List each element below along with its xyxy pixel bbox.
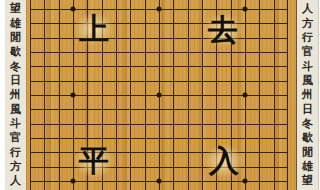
grid-cell <box>44 81 58 95</box>
grid-cell <box>259 138 273 152</box>
grid-cell <box>30 167 44 181</box>
grid-cell <box>116 66 130 80</box>
grid-cell <box>173 138 187 152</box>
grid-cell <box>145 23 159 37</box>
grid-cell <box>87 52 101 66</box>
grid-cell <box>245 38 259 52</box>
grid-cell <box>130 138 144 152</box>
grid-cell <box>274 167 288 181</box>
row-label: 冬 <box>297 116 318 130</box>
grid-cell <box>116 9 130 23</box>
grid-cell <box>30 52 44 66</box>
grid-cell <box>231 109 245 123</box>
grid-cell <box>130 181 144 190</box>
grid-cell <box>87 66 101 80</box>
grid-cell <box>130 52 144 66</box>
row-label: 雄 <box>5 16 26 30</box>
grid-cell <box>173 181 187 190</box>
grid-cell <box>173 52 187 66</box>
grid-cell <box>44 66 58 80</box>
grid-cell <box>259 23 273 37</box>
grid-cell <box>30 95 44 109</box>
grid-cell <box>245 138 259 152</box>
grid-cell <box>245 152 259 166</box>
grid-cell <box>87 124 101 138</box>
grid-cell <box>259 9 273 23</box>
grid-cell <box>44 152 58 166</box>
grid-cell <box>259 181 273 190</box>
grid-cell <box>102 109 116 123</box>
row-label: 州 <box>5 88 26 102</box>
grid-cell <box>87 81 101 95</box>
grid-cell <box>159 138 173 152</box>
row-label: 歇 <box>5 45 26 59</box>
grid-cell <box>173 81 187 95</box>
grid-cell <box>188 181 202 190</box>
row-label: 望 <box>297 174 318 188</box>
row-label: 風 <box>297 73 318 87</box>
grid-cell <box>216 66 230 80</box>
grid-cell <box>30 9 44 23</box>
grid-cell <box>116 95 130 109</box>
grid-cell <box>216 95 230 109</box>
grid-cell <box>259 0 273 9</box>
grid-cell <box>102 52 116 66</box>
grid-cell <box>159 38 173 52</box>
row-label: 日 <box>5 73 26 87</box>
grid-cell <box>73 95 87 109</box>
grid-cell <box>231 66 245 80</box>
grid-cell <box>116 152 130 166</box>
grid-cell <box>274 81 288 95</box>
grid-cell <box>202 109 216 123</box>
grid-cell <box>130 167 144 181</box>
star-point <box>156 92 161 97</box>
row-label: 日 <box>297 102 318 116</box>
grid-cell <box>102 0 116 9</box>
grid-cell <box>30 81 44 95</box>
grid-cell <box>116 0 130 9</box>
grid-cell <box>130 109 144 123</box>
grid-cell <box>102 95 116 109</box>
grid-cell <box>188 52 202 66</box>
grid-cell <box>130 0 144 9</box>
grid-cell <box>274 95 288 109</box>
grid-cell <box>274 138 288 152</box>
grid-cell <box>274 181 288 190</box>
grid-cell <box>188 38 202 52</box>
row-label: 州 <box>297 88 318 102</box>
grid-cell <box>188 66 202 80</box>
grid-cell <box>44 109 58 123</box>
quadrant-label-lower-left: 平 <box>74 144 114 178</box>
grid-cell <box>116 23 130 37</box>
grid-cell <box>259 152 273 166</box>
grid-cell <box>202 81 216 95</box>
grid-cell <box>44 0 58 9</box>
grid-cell <box>159 124 173 138</box>
grid-cell <box>102 66 116 80</box>
grid-cell <box>216 109 230 123</box>
row-label: 方 <box>5 159 26 173</box>
grid-cell <box>188 23 202 37</box>
grid-cell <box>259 38 273 52</box>
grid-cell <box>44 124 58 138</box>
row-label: 人 <box>297 2 318 16</box>
grid-cell <box>173 167 187 181</box>
grid-cell <box>87 95 101 109</box>
grid-cell <box>202 95 216 109</box>
grid-cell <box>87 109 101 123</box>
grid-cell <box>216 0 230 9</box>
grid-cell <box>130 81 144 95</box>
grid-cell <box>173 9 187 23</box>
grid-cell <box>116 38 130 52</box>
grid-cell <box>259 167 273 181</box>
row-label: 人 <box>5 174 26 188</box>
grid-cell <box>73 181 87 190</box>
grid-cell <box>159 9 173 23</box>
row-label-strip-right: 人方行官斗風州日冬歇閒雄望 <box>296 0 319 190</box>
board-grid <box>30 0 288 190</box>
grid-cell <box>130 23 144 37</box>
grid-cell <box>202 66 216 80</box>
grid-cell <box>188 124 202 138</box>
row-labels-right: 人方行官斗風州日冬歇閒雄望 <box>297 2 318 188</box>
grid-cell <box>259 81 273 95</box>
grid-cell <box>59 38 73 52</box>
grid-cell <box>145 66 159 80</box>
grid-cell <box>130 66 144 80</box>
grid-cell <box>173 109 187 123</box>
star-point <box>242 178 247 183</box>
grid-cell <box>30 66 44 80</box>
grid-cell <box>245 9 259 23</box>
grid-cell <box>188 95 202 109</box>
grid-cell <box>259 95 273 109</box>
row-label: 閒 <box>297 145 318 159</box>
grid-cell <box>116 181 130 190</box>
grid-cell <box>274 109 288 123</box>
grid-cell <box>145 52 159 66</box>
grid-cell <box>245 52 259 66</box>
grid-cell <box>145 38 159 52</box>
grid-cell <box>259 124 273 138</box>
grid-cell <box>274 152 288 166</box>
grid-cell <box>216 81 230 95</box>
grid-cell <box>44 52 58 66</box>
star-point <box>70 7 75 12</box>
grid-cell <box>216 181 230 190</box>
grid-cell <box>30 23 44 37</box>
grid-cell <box>274 124 288 138</box>
grid-cell <box>59 124 73 138</box>
grid-cell <box>73 66 87 80</box>
quadrant-label-upper-right: 去 <box>203 13 243 47</box>
grid-cell <box>130 9 144 23</box>
row-label: 閒 <box>5 30 26 44</box>
grid-cell <box>145 109 159 123</box>
grid-cell <box>30 109 44 123</box>
row-label: 望 <box>5 2 26 16</box>
go-board: 上 去 平 入 <box>26 0 296 190</box>
grid-cell <box>274 23 288 37</box>
quadrant-label-upper-left: 上 <box>74 12 114 46</box>
grid-cell <box>73 109 87 123</box>
grid-cell <box>116 81 130 95</box>
grid-cell <box>102 124 116 138</box>
grid-cell <box>116 124 130 138</box>
grid-cell <box>59 138 73 152</box>
grid-cell <box>188 81 202 95</box>
row-label: 雄 <box>297 159 318 173</box>
grid-cell <box>173 23 187 37</box>
grid-cell <box>231 124 245 138</box>
row-label: 官 <box>297 45 318 59</box>
grid-cell <box>188 152 202 166</box>
grid-cell <box>216 52 230 66</box>
grid-cell <box>116 52 130 66</box>
grid-cell <box>130 95 144 109</box>
grid-cell <box>44 38 58 52</box>
grid-cell <box>130 124 144 138</box>
grid-cell <box>173 152 187 166</box>
grid-cell <box>145 124 159 138</box>
grid-cell <box>173 66 187 80</box>
grid-cell <box>116 167 130 181</box>
star-point <box>70 92 75 97</box>
grid-cell <box>188 9 202 23</box>
grid-cell <box>59 109 73 123</box>
star-point <box>156 7 161 12</box>
grid-cell <box>30 138 44 152</box>
grid-cell <box>44 138 58 152</box>
row-label: 方 <box>297 16 318 30</box>
grid-cell <box>159 66 173 80</box>
grid-cell <box>159 95 173 109</box>
grid-cell <box>188 109 202 123</box>
grid-cell <box>30 124 44 138</box>
grid-cell <box>73 124 87 138</box>
grid-cell <box>116 138 130 152</box>
star-point <box>156 178 161 183</box>
grid-cell <box>44 95 58 109</box>
grid-cell <box>245 109 259 123</box>
grid-cell <box>274 9 288 23</box>
star-point <box>242 7 247 12</box>
grid-cell <box>30 0 44 9</box>
grid-cell <box>30 181 44 190</box>
grid-cell <box>130 152 144 166</box>
grid-cell <box>202 52 216 66</box>
grid-cell <box>245 95 259 109</box>
grid-cell <box>259 109 273 123</box>
grid-cell <box>116 109 130 123</box>
grid-cell <box>87 0 101 9</box>
star-point <box>242 92 247 97</box>
grid-cell <box>159 152 173 166</box>
grid-cell <box>44 9 58 23</box>
grid-cell <box>159 23 173 37</box>
row-label: 行 <box>297 30 318 44</box>
grid-cell <box>202 0 216 9</box>
grid-cell <box>44 167 58 181</box>
star-point <box>70 178 75 183</box>
grid-cell <box>188 0 202 9</box>
row-label: 風 <box>5 102 26 116</box>
grid-cell <box>274 0 288 9</box>
grid-cell <box>245 124 259 138</box>
grid-cell <box>44 23 58 37</box>
row-label: 斗 <box>5 116 26 130</box>
grid-cell <box>102 181 116 190</box>
grid-cell <box>59 152 73 166</box>
grid-cell <box>73 52 87 66</box>
grid-cell <box>30 38 44 52</box>
grid-cell <box>173 0 187 9</box>
grid-cell <box>59 66 73 80</box>
row-label: 斗 <box>297 59 318 73</box>
grid-cell <box>245 23 259 37</box>
grid-cell <box>173 95 187 109</box>
grid-cell <box>159 52 173 66</box>
grid-cell <box>188 167 202 181</box>
grid-cell <box>130 38 144 52</box>
grid-cell <box>145 138 159 152</box>
grid-cell <box>173 124 187 138</box>
grid-cell <box>274 66 288 80</box>
grid-cell <box>202 124 216 138</box>
grid-cell <box>188 138 202 152</box>
grid-cell <box>159 109 173 123</box>
row-label: 冬 <box>5 59 26 73</box>
grid-cell <box>216 124 230 138</box>
book-page: 望雄閒歇冬日州風斗官行方人 上 去 平 入 人方行官斗風州日冬歇閒雄望 <box>0 0 320 190</box>
row-label: 行 <box>5 145 26 159</box>
grid-cell <box>44 181 58 190</box>
grid-cell <box>259 66 273 80</box>
grid-cell <box>245 66 259 80</box>
row-label-strip-left: 望雄閒歇冬日州風斗官行方人 <box>5 0 27 190</box>
grid-cell <box>274 38 288 52</box>
grid-cell <box>145 152 159 166</box>
row-labels-left: 望雄閒歇冬日州風斗官行方人 <box>5 2 26 188</box>
row-label: 官 <box>5 131 26 145</box>
grid-cell <box>202 181 216 190</box>
quadrant-label-lower-right: 入 <box>204 144 244 178</box>
grid-cell <box>59 52 73 66</box>
row-label: 歇 <box>297 131 318 145</box>
grid-cell <box>231 52 245 66</box>
grid-cell <box>59 23 73 37</box>
grid-cell <box>173 38 187 52</box>
grid-cell <box>259 52 273 66</box>
grid-cell <box>30 152 44 166</box>
grid-cell <box>102 81 116 95</box>
grid-cell <box>87 181 101 190</box>
grid-cell <box>274 52 288 66</box>
